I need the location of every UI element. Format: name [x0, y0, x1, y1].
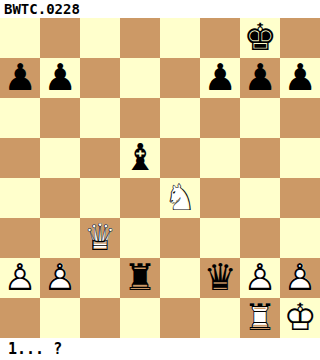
square-c5[interactable]: [80, 138, 120, 178]
square-b3[interactable]: [40, 218, 80, 258]
square-h7[interactable]: ♟: [280, 58, 320, 98]
square-d2[interactable]: ♜: [120, 258, 160, 298]
square-b7[interactable]: ♟: [40, 58, 80, 98]
square-g6[interactable]: [240, 98, 280, 138]
square-b6[interactable]: [40, 98, 80, 138]
square-e3[interactable]: [160, 218, 200, 258]
piece-black-rook[interactable]: ♜: [120, 258, 160, 298]
square-c1[interactable]: [80, 298, 120, 338]
piece-white-knight[interactable]: ♘: [160, 178, 200, 218]
chess-board: ♚♟♟♟♟♟♝♞♘♛♕♟♙♟♙♜♛♟♙♟♙♜♖♚♔: [0, 18, 320, 338]
square-f8[interactable]: [200, 18, 240, 58]
piece-white-pawn[interactable]: ♙: [240, 258, 280, 298]
square-f7[interactable]: ♟: [200, 58, 240, 98]
square-h1[interactable]: ♚♔: [280, 298, 320, 338]
square-c2[interactable]: [80, 258, 120, 298]
piece-black-pawn[interactable]: ♟: [240, 58, 280, 98]
square-c7[interactable]: [80, 58, 120, 98]
square-e1[interactable]: [160, 298, 200, 338]
square-g2[interactable]: ♟♙: [240, 258, 280, 298]
square-f6[interactable]: [200, 98, 240, 138]
square-b2[interactable]: ♟♙: [40, 258, 80, 298]
square-d4[interactable]: [120, 178, 160, 218]
square-a7[interactable]: ♟: [0, 58, 40, 98]
square-g1[interactable]: ♜♖: [240, 298, 280, 338]
square-d7[interactable]: [120, 58, 160, 98]
square-g3[interactable]: [240, 218, 280, 258]
square-a3[interactable]: [0, 218, 40, 258]
square-a1[interactable]: [0, 298, 40, 338]
piece-white-king[interactable]: ♔: [280, 298, 320, 338]
square-g5[interactable]: [240, 138, 280, 178]
piece-black-queen[interactable]: ♛: [200, 258, 240, 298]
square-h5[interactable]: [280, 138, 320, 178]
square-e2[interactable]: [160, 258, 200, 298]
square-c3[interactable]: ♛♕: [80, 218, 120, 258]
square-e5[interactable]: [160, 138, 200, 178]
square-h4[interactable]: [280, 178, 320, 218]
move-prompt: 1... ?: [0, 338, 320, 360]
square-b5[interactable]: [40, 138, 80, 178]
piece-white-pawn[interactable]: ♙: [40, 258, 80, 298]
square-d1[interactable]: [120, 298, 160, 338]
square-a2[interactable]: ♟♙: [0, 258, 40, 298]
piece-white-pawn[interactable]: ♙: [280, 258, 320, 298]
square-h3[interactable]: [280, 218, 320, 258]
square-c8[interactable]: [80, 18, 120, 58]
piece-black-pawn[interactable]: ♟: [280, 58, 320, 98]
piece-black-king[interactable]: ♚: [240, 18, 280, 58]
square-b1[interactable]: [40, 298, 80, 338]
square-f1[interactable]: [200, 298, 240, 338]
square-f5[interactable]: [200, 138, 240, 178]
square-d6[interactable]: [120, 98, 160, 138]
square-h8[interactable]: [280, 18, 320, 58]
square-a4[interactable]: [0, 178, 40, 218]
chess-diagram-page: BWTC.0228 ♚♟♟♟♟♟♝♞♘♛♕♟♙♟♙♜♛♟♙♟♙♜♖♚♔ 1...…: [0, 0, 320, 360]
square-f4[interactable]: [200, 178, 240, 218]
square-e6[interactable]: [160, 98, 200, 138]
square-e7[interactable]: [160, 58, 200, 98]
piece-black-pawn[interactable]: ♟: [0, 58, 40, 98]
square-a6[interactable]: [0, 98, 40, 138]
square-f2[interactable]: ♛: [200, 258, 240, 298]
piece-black-pawn[interactable]: ♟: [200, 58, 240, 98]
square-c4[interactable]: [80, 178, 120, 218]
square-a5[interactable]: [0, 138, 40, 178]
square-g7[interactable]: ♟: [240, 58, 280, 98]
square-b4[interactable]: [40, 178, 80, 218]
square-d3[interactable]: [120, 218, 160, 258]
square-b8[interactable]: [40, 18, 80, 58]
square-c6[interactable]: [80, 98, 120, 138]
square-h6[interactable]: [280, 98, 320, 138]
square-g4[interactable]: [240, 178, 280, 218]
square-e4[interactable]: ♞♘: [160, 178, 200, 218]
square-a8[interactable]: [0, 18, 40, 58]
square-g8[interactable]: ♚: [240, 18, 280, 58]
piece-white-rook[interactable]: ♖: [240, 298, 280, 338]
square-d5[interactable]: ♝: [120, 138, 160, 178]
piece-white-pawn[interactable]: ♙: [0, 258, 40, 298]
square-e8[interactable]: [160, 18, 200, 58]
square-d8[interactable]: [120, 18, 160, 58]
square-h2[interactable]: ♟♙: [280, 258, 320, 298]
square-f3[interactable]: [200, 218, 240, 258]
piece-black-pawn[interactable]: ♟: [40, 58, 80, 98]
piece-black-bishop[interactable]: ♝: [120, 138, 160, 178]
piece-white-queen[interactable]: ♕: [80, 218, 120, 258]
